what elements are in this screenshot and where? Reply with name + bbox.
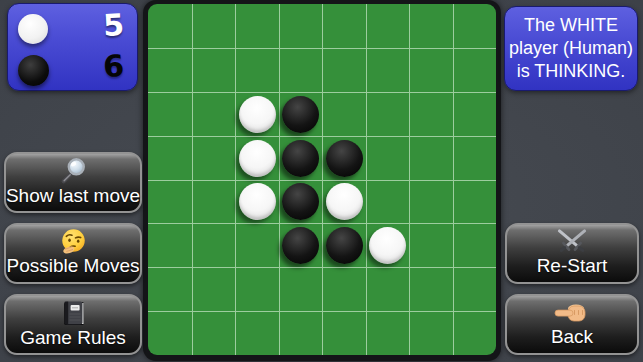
cell-b7[interactable] xyxy=(192,267,236,311)
cell-b8[interactable] xyxy=(192,311,236,355)
status-line: is THINKING. xyxy=(517,60,626,83)
white-disc xyxy=(239,96,276,133)
white-disc xyxy=(326,183,363,220)
black-disc xyxy=(326,140,363,177)
cell-h4[interactable] xyxy=(453,136,497,180)
cell-f2[interactable] xyxy=(366,48,410,92)
cell-c2[interactable] xyxy=(235,48,279,92)
cell-b2[interactable] xyxy=(192,48,236,92)
cell-d2[interactable] xyxy=(279,48,323,92)
cell-c8[interactable] xyxy=(235,311,279,355)
black-disc xyxy=(282,96,319,133)
black-disc xyxy=(282,140,319,177)
cell-a6[interactable] xyxy=(148,223,192,267)
cell-e5[interactable] xyxy=(322,180,366,224)
black-disc xyxy=(282,227,319,264)
cell-h8[interactable] xyxy=(453,311,497,355)
button-label: Game Rules xyxy=(20,327,126,349)
cell-d8[interactable] xyxy=(279,311,323,355)
cell-f6[interactable] xyxy=(366,223,410,267)
cell-d4[interactable] xyxy=(279,136,323,180)
back-button[interactable]: Back xyxy=(505,294,639,355)
black-disc xyxy=(282,183,319,220)
cell-d5[interactable] xyxy=(279,180,323,224)
restart-button[interactable]: Re-Start xyxy=(505,223,639,284)
cell-d6[interactable] xyxy=(279,223,323,267)
cell-e2[interactable] xyxy=(322,48,366,92)
possible-moves-button[interactable]: Possible Moves xyxy=(4,223,142,284)
cell-c5[interactable] xyxy=(235,180,279,224)
cell-g7[interactable] xyxy=(409,267,453,311)
score-panel: 5 6 xyxy=(7,3,138,91)
cell-g1[interactable] xyxy=(409,4,453,48)
cell-b3[interactable] xyxy=(192,92,236,136)
cell-e4[interactable] xyxy=(322,136,366,180)
white-score: 5 xyxy=(83,7,125,44)
white-disc-icon xyxy=(18,14,48,44)
cell-f1[interactable] xyxy=(366,4,410,48)
cell-a2[interactable] xyxy=(148,48,192,92)
status-line: player (Human) xyxy=(509,37,633,60)
cell-a3[interactable] xyxy=(148,92,192,136)
cell-c6[interactable] xyxy=(235,223,279,267)
cell-h3[interactable] xyxy=(453,92,497,136)
game-rules-button[interactable]: Game Rules xyxy=(4,294,142,355)
cell-f5[interactable] xyxy=(366,180,410,224)
thinking-face-icon xyxy=(60,228,87,255)
status-line: The WHITE xyxy=(524,14,618,37)
cell-h6[interactable] xyxy=(453,223,497,267)
black-disc xyxy=(326,227,363,264)
cell-c3[interactable] xyxy=(235,92,279,136)
white-disc xyxy=(239,183,276,220)
cell-g2[interactable] xyxy=(409,48,453,92)
cell-e7[interactable] xyxy=(322,267,366,311)
rules-book-icon xyxy=(60,299,86,327)
cell-a4[interactable] xyxy=(148,136,192,180)
black-disc-icon xyxy=(18,55,49,86)
cell-g6[interactable] xyxy=(409,223,453,267)
status-panel: The WHITE player (Human) is THINKING. xyxy=(504,6,638,91)
cell-e8[interactable] xyxy=(322,311,366,355)
cell-e6[interactable] xyxy=(322,223,366,267)
button-label: Back xyxy=(551,326,593,348)
magnifier-icon xyxy=(59,157,87,185)
cell-f7[interactable] xyxy=(366,267,410,311)
cell-h7[interactable] xyxy=(453,267,497,311)
cell-c4[interactable] xyxy=(235,136,279,180)
cell-b6[interactable] xyxy=(192,223,236,267)
crossed-swords-icon xyxy=(552,228,592,255)
black-score: 6 xyxy=(83,48,125,85)
cell-d7[interactable] xyxy=(279,267,323,311)
cell-b5[interactable] xyxy=(192,180,236,224)
cell-d1[interactable] xyxy=(279,4,323,48)
cell-h5[interactable] xyxy=(453,180,497,224)
cell-g4[interactable] xyxy=(409,136,453,180)
cell-f4[interactable] xyxy=(366,136,410,180)
cell-f8[interactable] xyxy=(366,311,410,355)
cell-g5[interactable] xyxy=(409,180,453,224)
othello-app: 5 6 The WHITE player (Human) is THINKING… xyxy=(0,0,643,362)
pointing-left-hand-icon xyxy=(554,299,590,326)
cell-f3[interactable] xyxy=(366,92,410,136)
button-label: Possible Moves xyxy=(6,255,139,277)
cell-a8[interactable] xyxy=(148,311,192,355)
cell-h2[interactable] xyxy=(453,48,497,92)
cell-b4[interactable] xyxy=(192,136,236,180)
button-label: Re-Start xyxy=(537,255,608,277)
white-disc xyxy=(239,140,276,177)
cell-a1[interactable] xyxy=(148,4,192,48)
cell-c7[interactable] xyxy=(235,267,279,311)
cell-a7[interactable] xyxy=(148,267,192,311)
game-board[interactable] xyxy=(148,4,496,355)
cell-e3[interactable] xyxy=(322,92,366,136)
show-last-move-button[interactable]: Show last move xyxy=(4,152,142,213)
cell-g3[interactable] xyxy=(409,92,453,136)
board-frame xyxy=(143,0,501,361)
cell-e1[interactable] xyxy=(322,4,366,48)
cell-g8[interactable] xyxy=(409,311,453,355)
cell-b1[interactable] xyxy=(192,4,236,48)
white-disc xyxy=(369,227,406,264)
cell-c1[interactable] xyxy=(235,4,279,48)
cell-d3[interactable] xyxy=(279,92,323,136)
button-label: Show last move xyxy=(6,185,140,207)
cell-h1[interactable] xyxy=(453,4,497,48)
cell-a5[interactable] xyxy=(148,180,192,224)
